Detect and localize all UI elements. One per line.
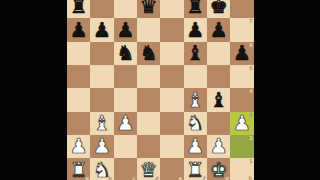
square-b7[interactable]: ♟: [90, 18, 113, 41]
square-c6[interactable]: ♞: [114, 42, 137, 65]
piece-white-pawn[interactable]: ♟: [69, 136, 87, 157]
chess-board[interactable]: ♜♛♜♚8♟♟♟♟♟7♞♞♝♟65♝♝4♝♟♞♟3♟♟♟♟2♜a♞bc♛de♜f…: [67, 0, 254, 180]
square-g1[interactable]: ♚g: [207, 158, 230, 180]
square-a7[interactable]: ♟: [67, 18, 90, 41]
square-c5[interactable]: [114, 65, 137, 88]
square-h1[interactable]: 1h: [230, 158, 253, 180]
piece-white-pawn[interactable]: ♟: [116, 113, 134, 134]
square-e6[interactable]: [160, 42, 183, 65]
square-e4[interactable]: [160, 88, 183, 111]
square-a2[interactable]: ♟: [67, 135, 90, 158]
piece-black-rook[interactable]: ♜: [69, 0, 87, 17]
square-f6[interactable]: ♝: [184, 42, 207, 65]
coordinate-rank-3: 3: [249, 113, 252, 118]
coordinate-rank-2: 2: [249, 136, 252, 141]
square-a8[interactable]: ♜: [67, 0, 90, 18]
piece-black-queen[interactable]: ♛: [139, 0, 157, 17]
video-frame: ♜♛♜♚8♟♟♟♟♟7♞♞♝♟65♝♝4♝♟♞♟3♟♟♟♟2♜a♞bc♛de♜f…: [0, 0, 320, 180]
square-g6[interactable]: [207, 42, 230, 65]
piece-black-pawn[interactable]: ♟: [186, 20, 204, 41]
square-c8[interactable]: [114, 0, 137, 18]
square-c1[interactable]: c: [114, 158, 137, 180]
coordinate-rank-4: 4: [249, 89, 252, 94]
square-g3[interactable]: [207, 112, 230, 135]
square-h7[interactable]: 7: [230, 18, 253, 41]
square-e2[interactable]: [160, 135, 183, 158]
coordinate-file-f: f: [203, 176, 205, 180]
piece-black-knight[interactable]: ♞: [116, 43, 134, 64]
piece-black-pawn[interactable]: ♟: [69, 20, 87, 41]
square-g7[interactable]: ♟: [207, 18, 230, 41]
square-d8[interactable]: ♛: [137, 0, 160, 18]
square-b6[interactable]: [90, 42, 113, 65]
coordinate-file-d: d: [155, 176, 159, 180]
coordinate-rank-5: 5: [249, 66, 252, 71]
piece-black-bishop[interactable]: ♝: [186, 43, 204, 64]
square-d3[interactable]: [137, 112, 160, 135]
piece-white-knight[interactable]: ♞: [186, 113, 204, 134]
square-f5[interactable]: [184, 65, 207, 88]
square-h2[interactable]: 2: [230, 135, 253, 158]
square-g8[interactable]: ♚: [207, 0, 230, 18]
coordinate-file-g: g: [225, 176, 229, 180]
square-e5[interactable]: [160, 65, 183, 88]
square-d4[interactable]: [137, 88, 160, 111]
square-h8[interactable]: 8: [230, 0, 253, 18]
coordinate-file-h: h: [249, 176, 253, 180]
square-e8[interactable]: [160, 0, 183, 18]
square-b8[interactable]: [90, 0, 113, 18]
square-f3[interactable]: ♞: [184, 112, 207, 135]
square-d2[interactable]: [137, 135, 160, 158]
letterbox-right: [254, 0, 320, 180]
square-g4[interactable]: ♝: [207, 88, 230, 111]
square-g2[interactable]: ♟: [207, 135, 230, 158]
piece-black-pawn[interactable]: ♟: [93, 20, 111, 41]
square-d5[interactable]: [137, 65, 160, 88]
square-f4[interactable]: ♝: [184, 88, 207, 111]
coordinate-rank-7: 7: [249, 19, 252, 24]
square-a5[interactable]: [67, 65, 90, 88]
piece-white-pawn[interactable]: ♟: [186, 136, 204, 157]
square-g5[interactable]: [207, 65, 230, 88]
letterbox-left: [0, 0, 67, 180]
square-b3[interactable]: ♝: [90, 112, 113, 135]
coordinate-file-e: e: [179, 176, 182, 180]
square-f8[interactable]: ♜: [184, 0, 207, 18]
square-d7[interactable]: [137, 18, 160, 41]
coordinate-rank-1: 1: [249, 159, 252, 164]
coordinate-file-a: a: [85, 176, 88, 180]
piece-white-bishop[interactable]: ♝: [93, 113, 111, 134]
square-f2[interactable]: ♟: [184, 135, 207, 158]
square-d6[interactable]: ♞: [137, 42, 160, 65]
piece-white-pawn[interactable]: ♟: [209, 136, 227, 157]
piece-black-bishop[interactable]: ♝: [209, 90, 227, 111]
square-e3[interactable]: [160, 112, 183, 135]
square-a6[interactable]: [67, 42, 90, 65]
square-b5[interactable]: [90, 65, 113, 88]
piece-black-rook[interactable]: ♜: [186, 0, 204, 17]
coordinate-rank-8: 8: [249, 0, 252, 1]
square-e7[interactable]: [160, 18, 183, 41]
piece-white-rook[interactable]: ♜: [186, 160, 204, 180]
piece-white-bishop[interactable]: ♝: [186, 90, 204, 111]
square-h3[interactable]: ♟3: [230, 112, 253, 135]
square-b1[interactable]: ♞b: [90, 158, 113, 180]
square-a1[interactable]: ♜a: [67, 158, 90, 180]
piece-black-knight[interactable]: ♞: [139, 43, 157, 64]
square-b2[interactable]: ♟: [90, 135, 113, 158]
square-c4[interactable]: [114, 88, 137, 111]
coordinate-rank-6: 6: [249, 43, 252, 48]
coordinate-file-b: b: [109, 176, 113, 180]
piece-black-pawn[interactable]: ♟: [209, 20, 227, 41]
square-b4[interactable]: [90, 88, 113, 111]
coordinate-file-c: c: [133, 176, 136, 180]
square-h6[interactable]: ♟6: [230, 42, 253, 65]
square-h4[interactable]: 4: [230, 88, 253, 111]
piece-black-king[interactable]: ♚: [209, 0, 227, 17]
square-c2[interactable]: [114, 135, 137, 158]
square-a3[interactable]: [67, 112, 90, 135]
square-d1[interactable]: ♛d: [137, 158, 160, 180]
square-f1[interactable]: ♜f: [184, 158, 207, 180]
piece-white-pawn[interactable]: ♟: [93, 136, 111, 157]
square-h5[interactable]: 5: [230, 65, 253, 88]
square-f7[interactable]: ♟: [184, 18, 207, 41]
square-e1[interactable]: e: [160, 158, 183, 180]
square-c7[interactable]: ♟: [114, 18, 137, 41]
piece-black-pawn[interactable]: ♟: [116, 20, 134, 41]
square-a4[interactable]: [67, 88, 90, 111]
square-c3[interactable]: ♟: [114, 112, 137, 135]
